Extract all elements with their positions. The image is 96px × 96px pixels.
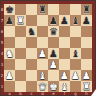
square-c5[interactable]: [26, 37, 37, 48]
square-e4[interactable]: ♟: [48, 48, 59, 59]
black-bishop[interactable]: ♝: [70, 15, 81, 26]
square-d6[interactable]: [37, 26, 48, 37]
square-h3[interactable]: [81, 59, 92, 70]
square-c2[interactable]: [26, 70, 37, 81]
square-e6[interactable]: ♛: [48, 26, 59, 37]
black-pawn[interactable]: ♟: [48, 48, 59, 59]
rank-label-8: 8: [0, 4, 4, 15]
square-b7[interactable]: ♜: [15, 15, 26, 26]
white-knight[interactable]: ♞: [4, 48, 15, 59]
square-g2[interactable]: ♟: [70, 70, 81, 81]
square-a7[interactable]: ♟: [4, 15, 15, 26]
chess-board[interactable]: ♚♜♜♟♜♟♟♝♟♞♛♞♟♟♝♟♟♝♟♟♟♛♚♝♜: [4, 4, 92, 92]
black-pawn[interactable]: ♟: [59, 15, 70, 26]
mouse-cursor: [91, 89, 96, 96]
black-pawn[interactable]: ♟: [48, 15, 59, 26]
square-a8[interactable]: ♚: [4, 4, 15, 15]
square-h5[interactable]: [81, 37, 92, 48]
square-g6[interactable]: [70, 26, 81, 37]
square-f2[interactable]: ♟: [59, 70, 70, 81]
black-rook[interactable]: ♜: [37, 4, 48, 15]
square-f3[interactable]: [59, 59, 70, 70]
black-bishop[interactable]: ♝: [70, 48, 81, 59]
square-g8[interactable]: [70, 4, 81, 15]
white-pawn[interactable]: ♟: [59, 70, 70, 81]
black-pawn[interactable]: ♟: [4, 15, 15, 26]
rank-label-5: 5: [0, 37, 4, 48]
black-king[interactable]: ♚: [4, 4, 15, 15]
square-b4[interactable]: [15, 48, 26, 59]
rank-label-6: 6: [0, 26, 4, 37]
square-h7[interactable]: ♟: [81, 15, 92, 26]
chess-board-screenshot: ♚♜♜♟♜♟♟♝♟♞♛♞♟♟♝♟♟♝♟♟♟♛♚♝♜ 87654321abcdef…: [0, 0, 96, 96]
square-c8[interactable]: [26, 4, 37, 15]
rank-label-3: 3: [0, 59, 4, 70]
white-bishop[interactable]: ♝: [37, 70, 48, 81]
square-d8[interactable]: ♜: [37, 4, 48, 15]
square-a4[interactable]: ♞: [4, 48, 15, 59]
black-queen[interactable]: ♛: [48, 26, 59, 37]
rank-label-4: 4: [0, 48, 4, 59]
black-rook[interactable]: ♜: [81, 4, 92, 15]
square-e5[interactable]: [48, 37, 59, 48]
square-b6[interactable]: [15, 26, 26, 37]
white-pawn[interactable]: ♟: [81, 70, 92, 81]
file-label-e: e: [48, 91, 59, 96]
square-f6[interactable]: [59, 26, 70, 37]
square-c3[interactable]: [26, 59, 37, 70]
square-a6[interactable]: [4, 26, 15, 37]
square-d4[interactable]: ♟: [37, 48, 48, 59]
white-rook[interactable]: ♜: [15, 15, 26, 26]
square-f5[interactable]: [59, 37, 70, 48]
square-f4[interactable]: [59, 48, 70, 59]
white-pawn[interactable]: ♟: [37, 48, 48, 59]
square-e2[interactable]: [48, 70, 59, 81]
square-a2[interactable]: ♟: [4, 70, 15, 81]
file-label-f: f: [59, 91, 70, 96]
square-b5[interactable]: [15, 37, 26, 48]
square-b2[interactable]: [15, 70, 26, 81]
file-label-c: c: [26, 91, 37, 96]
square-h2[interactable]: ♟: [81, 70, 92, 81]
rank-label-2: 2: [0, 70, 4, 81]
square-e8[interactable]: [48, 4, 59, 15]
black-pawn[interactable]: ♟: [81, 15, 92, 26]
square-f8[interactable]: [59, 4, 70, 15]
square-d7[interactable]: [37, 15, 48, 26]
square-a3[interactable]: [4, 59, 15, 70]
square-g3[interactable]: [70, 59, 81, 70]
square-h6[interactable]: [81, 26, 92, 37]
square-a5[interactable]: [4, 37, 15, 48]
square-h4[interactable]: [81, 48, 92, 59]
black-knight[interactable]: ♞: [26, 26, 37, 37]
file-label-b: b: [15, 91, 26, 96]
square-d3[interactable]: [37, 59, 48, 70]
square-e7[interactable]: ♟: [48, 15, 59, 26]
rank-label-7: 7: [0, 15, 4, 26]
square-c7[interactable]: [26, 15, 37, 26]
file-label-g: g: [70, 91, 81, 96]
white-pawn[interactable]: ♟: [70, 70, 81, 81]
square-g7[interactable]: ♝: [70, 15, 81, 26]
square-e3[interactable]: ♟: [48, 59, 59, 70]
square-g5[interactable]: [70, 37, 81, 48]
square-d5[interactable]: [37, 37, 48, 48]
square-c6[interactable]: ♞: [26, 26, 37, 37]
file-label-d: d: [37, 91, 48, 96]
file-label-a: a: [4, 91, 15, 96]
white-pawn[interactable]: ♟: [48, 59, 59, 70]
white-pawn[interactable]: ♟: [4, 70, 15, 81]
square-h8[interactable]: ♜: [81, 4, 92, 15]
square-c4[interactable]: [26, 48, 37, 59]
square-b8[interactable]: [15, 4, 26, 15]
square-d2[interactable]: ♝: [37, 70, 48, 81]
square-b3[interactable]: [15, 59, 26, 70]
square-f7[interactable]: ♟: [59, 15, 70, 26]
square-g4[interactable]: ♝: [70, 48, 81, 59]
